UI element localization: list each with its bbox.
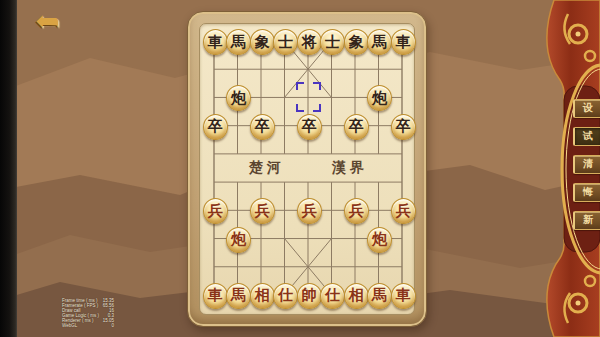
debug-row: WebGL0 xyxy=(62,324,114,329)
piece-red-相[interactable]: 相 xyxy=(344,283,369,309)
piece-red-兵[interactable]: 兵 xyxy=(203,198,228,224)
board-surface xyxy=(199,23,415,315)
piece-red-車[interactable]: 車 xyxy=(203,283,228,309)
piece-black-士[interactable]: 士 xyxy=(273,29,298,55)
piece-black-馬[interactable]: 馬 xyxy=(226,29,251,55)
back-icon: ➦ xyxy=(24,2,60,40)
debug-overlay: Frame time ( ms )15.35Framerate ( FPS )6… xyxy=(62,299,114,330)
river-label-left: 楚河 xyxy=(244,159,290,177)
back-button[interactable]: ➦ xyxy=(24,2,60,40)
marker-corner xyxy=(296,104,304,112)
piece-red-馬[interactable]: 馬 xyxy=(226,283,251,309)
piece-black-象[interactable]: 象 xyxy=(250,29,275,55)
piece-black-将[interactable]: 将 xyxy=(297,29,322,55)
piece-red-車[interactable]: 車 xyxy=(391,283,416,309)
piece-black-卒[interactable]: 卒 xyxy=(250,114,275,140)
letterbox-strip xyxy=(0,0,17,337)
piece-red-仕[interactable]: 仕 xyxy=(320,283,345,309)
piece-red-炮[interactable]: 炮 xyxy=(226,227,251,253)
marker-corner xyxy=(313,82,321,90)
side-button-test[interactable]: 试 xyxy=(573,127,600,146)
piece-red-炮[interactable]: 炮 xyxy=(367,227,392,253)
piece-black-卒[interactable]: 卒 xyxy=(203,114,228,140)
piece-red-相[interactable]: 相 xyxy=(250,283,275,309)
piece-black-卒[interactable]: 卒 xyxy=(391,114,416,140)
piece-black-車[interactable]: 車 xyxy=(391,29,416,55)
side-button-settings[interactable]: 设 xyxy=(573,99,600,118)
piece-red-仕[interactable]: 仕 xyxy=(273,283,298,309)
piece-black-卒[interactable]: 卒 xyxy=(297,114,322,140)
piece-red-馬[interactable]: 馬 xyxy=(367,283,392,309)
board-frame xyxy=(187,11,427,327)
debug-value: 0 xyxy=(111,324,114,329)
river-label-right: 漢界 xyxy=(327,159,373,177)
marker-corner xyxy=(313,104,321,112)
marker-corner xyxy=(296,82,304,90)
debug-label: WebGL xyxy=(62,324,77,329)
side-button-clear[interactable]: 清 xyxy=(573,155,600,174)
piece-black-馬[interactable]: 馬 xyxy=(367,29,392,55)
selection-marker xyxy=(296,82,321,112)
piece-black-卒[interactable]: 卒 xyxy=(344,114,369,140)
piece-red-帥[interactable]: 帥 xyxy=(297,283,322,309)
piece-red-兵[interactable]: 兵 xyxy=(391,198,416,224)
piece-black-士[interactable]: 士 xyxy=(320,29,345,55)
game-screen: ➦ 楚河 漢界 車馬象士将士象馬車炮炮卒卒卒卒卒兵兵兵兵兵炮炮車馬相仕帥仕相馬車 xyxy=(0,0,600,337)
piece-black-象[interactable]: 象 xyxy=(344,29,369,55)
side-button-undo[interactable]: 悔 xyxy=(573,183,600,202)
piece-red-兵[interactable]: 兵 xyxy=(297,198,322,224)
piece-red-兵[interactable]: 兵 xyxy=(344,198,369,224)
piece-black-車[interactable]: 車 xyxy=(203,29,228,55)
piece-red-兵[interactable]: 兵 xyxy=(250,198,275,224)
side-button-new[interactable]: 新 xyxy=(573,211,600,230)
